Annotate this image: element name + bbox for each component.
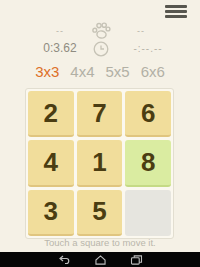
menu-button hamburger-icon[interactable] <box>165 5 187 18</box>
tab-6x6[interactable]: 6x6 <box>141 62 165 82</box>
paw-icon <box>91 21 111 40</box>
puzzle-app: -- -- 0:3.62 -:--.-- 3x34x45x56x6 276418… <box>0 0 200 267</box>
home-icon[interactable] <box>94 255 107 265</box>
size-tabs: 3x34x45x56x6 <box>0 62 200 82</box>
best-time-value: -:--.-- <box>117 43 179 54</box>
tile-1[interactable]: 1 <box>77 140 123 186</box>
tab-5x5[interactable]: 5x5 <box>106 62 130 82</box>
tile-6[interactable]: 6 <box>125 91 171 137</box>
tile-5[interactable]: 5 <box>77 190 123 236</box>
tab-4x4[interactable]: 4x4 <box>70 62 94 82</box>
tile-7[interactable]: 7 <box>77 91 123 137</box>
tile-2[interactable]: 2 <box>28 91 74 137</box>
back-icon[interactable] <box>58 255 71 265</box>
recents-icon[interactable] <box>130 255 143 265</box>
current-time-value: 0:3.62 <box>30 41 90 55</box>
tab-3x3[interactable]: 3x3 <box>35 62 59 82</box>
tile-3[interactable]: 3 <box>28 190 74 236</box>
current-moves-value: -- <box>30 26 90 36</box>
empty-cell <box>125 190 171 236</box>
clock-icon <box>93 41 109 57</box>
puzzle-board: 27641835 <box>25 88 174 239</box>
hint-caption: Touch a square to move it. <box>0 237 200 248</box>
tile-8[interactable]: 8 <box>125 140 171 186</box>
best-moves-value: -- <box>111 26 171 36</box>
tile-4[interactable]: 4 <box>28 140 74 186</box>
android-navbar <box>0 252 200 267</box>
